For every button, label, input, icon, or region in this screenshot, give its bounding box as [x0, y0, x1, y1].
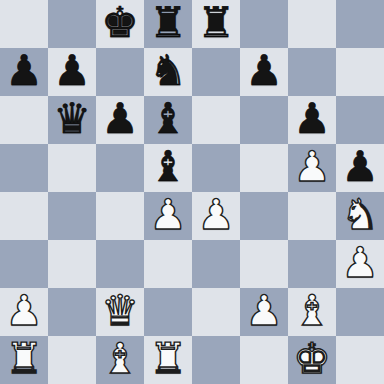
piece-white-pawn-icon[interactable]: ♟	[197, 191, 235, 239]
piece-black-pawn-icon[interactable]: ♟	[341, 143, 379, 191]
piece-white-king-icon[interactable]: ♚	[293, 335, 331, 383]
square-h4[interactable]: ♞	[336, 192, 384, 240]
piece-white-queen-icon[interactable]: ♛	[101, 287, 139, 335]
piece-black-pawn-icon[interactable]: ♟	[245, 47, 283, 95]
square-b3[interactable]	[48, 240, 96, 288]
piece-black-pawn-icon[interactable]: ♟	[53, 47, 91, 95]
square-b8[interactable]	[48, 0, 96, 48]
piece-black-bishop-icon[interactable]: ♝	[149, 143, 187, 191]
square-b6[interactable]: ♛	[48, 96, 96, 144]
square-g2[interactable]: ♝	[288, 288, 336, 336]
square-a2[interactable]: ♟	[0, 288, 48, 336]
square-c4[interactable]	[96, 192, 144, 240]
square-g6[interactable]: ♟	[288, 96, 336, 144]
square-f5[interactable]	[240, 144, 288, 192]
square-h3[interactable]: ♟	[336, 240, 384, 288]
square-e5[interactable]	[192, 144, 240, 192]
piece-black-pawn-icon[interactable]: ♟	[293, 95, 331, 143]
square-f2[interactable]: ♟	[240, 288, 288, 336]
square-f3[interactable]	[240, 240, 288, 288]
square-g1[interactable]: ♚	[288, 336, 336, 384]
square-e2[interactable]	[192, 288, 240, 336]
square-c5[interactable]	[96, 144, 144, 192]
square-c2[interactable]: ♛	[96, 288, 144, 336]
square-e8[interactable]: ♜	[192, 0, 240, 48]
square-g3[interactable]	[288, 240, 336, 288]
square-a8[interactable]	[0, 0, 48, 48]
piece-black-queen-icon[interactable]: ♛	[53, 95, 91, 143]
piece-black-rook-icon[interactable]: ♜	[197, 0, 235, 47]
square-a3[interactable]	[0, 240, 48, 288]
square-a1[interactable]: ♜	[0, 336, 48, 384]
piece-white-pawn-icon[interactable]: ♟	[149, 191, 187, 239]
square-g4[interactable]	[288, 192, 336, 240]
piece-white-bishop-icon[interactable]: ♝	[101, 335, 139, 383]
square-d7[interactable]: ♞	[144, 48, 192, 96]
square-b2[interactable]	[48, 288, 96, 336]
square-h1[interactable]	[336, 336, 384, 384]
square-g7[interactable]	[288, 48, 336, 96]
piece-white-pawn-icon[interactable]: ♟	[341, 239, 379, 287]
square-a5[interactable]	[0, 144, 48, 192]
square-g8[interactable]	[288, 0, 336, 48]
square-f7[interactable]: ♟	[240, 48, 288, 96]
square-c8[interactable]: ♚	[96, 0, 144, 48]
square-e6[interactable]	[192, 96, 240, 144]
square-c6[interactable]: ♟	[96, 96, 144, 144]
square-h2[interactable]	[336, 288, 384, 336]
piece-black-pawn-icon[interactable]: ♟	[101, 95, 139, 143]
square-d2[interactable]	[144, 288, 192, 336]
square-c7[interactable]	[96, 48, 144, 96]
piece-white-pawn-icon[interactable]: ♟	[5, 287, 43, 335]
square-d6[interactable]: ♝	[144, 96, 192, 144]
piece-black-king-icon[interactable]: ♚	[101, 0, 139, 47]
square-h6[interactable]	[336, 96, 384, 144]
square-h8[interactable]	[336, 0, 384, 48]
square-e7[interactable]	[192, 48, 240, 96]
square-h7[interactable]	[336, 48, 384, 96]
piece-white-rook-icon[interactable]: ♜	[149, 335, 187, 383]
square-a7[interactable]: ♟	[0, 48, 48, 96]
piece-white-bishop-icon[interactable]: ♝	[293, 287, 331, 335]
piece-white-rook-icon[interactable]: ♜	[5, 335, 43, 383]
square-d5[interactable]: ♝	[144, 144, 192, 192]
square-g5[interactable]: ♟	[288, 144, 336, 192]
square-a4[interactable]	[0, 192, 48, 240]
piece-white-pawn-icon[interactable]: ♟	[245, 287, 283, 335]
piece-black-knight-icon[interactable]: ♞	[149, 47, 187, 95]
square-d4[interactable]: ♟	[144, 192, 192, 240]
square-e1[interactable]	[192, 336, 240, 384]
square-e4[interactable]: ♟	[192, 192, 240, 240]
square-b4[interactable]	[48, 192, 96, 240]
piece-white-pawn-icon[interactable]: ♟	[293, 143, 331, 191]
square-a6[interactable]	[0, 96, 48, 144]
square-d1[interactable]: ♜	[144, 336, 192, 384]
square-c3[interactable]	[96, 240, 144, 288]
square-b7[interactable]: ♟	[48, 48, 96, 96]
piece-black-rook-icon[interactable]: ♜	[149, 0, 187, 47]
square-e3[interactable]	[192, 240, 240, 288]
square-f1[interactable]	[240, 336, 288, 384]
square-f6[interactable]	[240, 96, 288, 144]
square-c1[interactable]: ♝	[96, 336, 144, 384]
square-b5[interactable]	[48, 144, 96, 192]
square-f4[interactable]	[240, 192, 288, 240]
square-h5[interactable]: ♟	[336, 144, 384, 192]
square-d8[interactable]: ♜	[144, 0, 192, 48]
square-d3[interactable]	[144, 240, 192, 288]
piece-black-bishop-icon[interactable]: ♝	[149, 95, 187, 143]
piece-black-pawn-icon[interactable]: ♟	[5, 47, 43, 95]
square-f8[interactable]	[240, 0, 288, 48]
piece-white-knight-icon[interactable]: ♞	[341, 191, 379, 239]
chess-board: ♚♜♜♟♟♞♟♛♟♝♟♝♟♟♟♟♞♟♟♛♟♝♜♝♜♚	[0, 0, 384, 384]
square-b1[interactable]	[48, 336, 96, 384]
